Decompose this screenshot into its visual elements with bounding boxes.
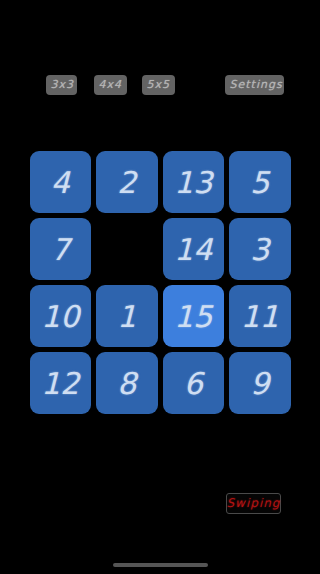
toolbar: 3x3 4x4 5x5 Settings <box>28 75 293 95</box>
tile-r3c3-highlighted[interactable]: 15 <box>163 285 225 347</box>
home-indicator[interactable] <box>113 563 208 567</box>
size-5x5-button[interactable]: 5x5 <box>142 75 175 95</box>
tile-r1c2[interactable]: 2 <box>96 151 158 213</box>
tile-r3c4[interactable]: 11 <box>229 285 291 347</box>
empty-cell-r2c2 <box>96 218 158 280</box>
size-3x3-button[interactable]: 3x3 <box>46 75 77 95</box>
settings-button[interactable]: Settings <box>225 75 284 95</box>
tile-r1c1[interactable]: 4 <box>30 151 92 213</box>
swiping-mode-badge[interactable]: Swiping <box>226 493 281 514</box>
tile-r1c3[interactable]: 13 <box>163 151 225 213</box>
tile-r4c4[interactable]: 9 <box>229 352 291 414</box>
tile-r3c1[interactable]: 10 <box>30 285 92 347</box>
tile-r1c4[interactable]: 5 <box>229 151 291 213</box>
tile-r2c4[interactable]: 3 <box>229 218 291 280</box>
tile-r4c1[interactable]: 12 <box>30 352 92 414</box>
tile-r2c3[interactable]: 14 <box>163 218 225 280</box>
size-4x4-button[interactable]: 4x4 <box>94 75 127 95</box>
puzzle-board: 4 2 13 5 7 14 3 10 1 15 11 12 8 6 9 <box>30 151 291 414</box>
tile-r4c3[interactable]: 6 <box>163 352 225 414</box>
tile-r2c1[interactable]: 7 <box>30 218 92 280</box>
tile-r3c2[interactable]: 1 <box>96 285 158 347</box>
tile-r4c2[interactable]: 8 <box>96 352 158 414</box>
app-screen: 3x3 4x4 5x5 Settings 4 2 13 5 7 14 3 10 … <box>28 0 293 574</box>
